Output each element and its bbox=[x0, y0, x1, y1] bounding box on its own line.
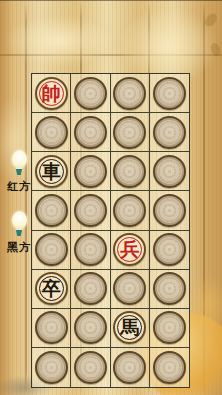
face-down-piece[interactable] bbox=[153, 351, 186, 384]
cell-r2c3[interactable] bbox=[111, 113, 150, 152]
face-down-piece[interactable] bbox=[113, 272, 146, 305]
cell-r7c2[interactable] bbox=[71, 309, 110, 348]
face-down-piece[interactable] bbox=[35, 311, 68, 344]
face-down-piece[interactable] bbox=[113, 155, 146, 188]
face-down-piece[interactable] bbox=[153, 155, 186, 188]
cell-r8c2[interactable] bbox=[71, 348, 110, 387]
face-down-piece[interactable] bbox=[113, 77, 146, 110]
face-down-piece[interactable] bbox=[153, 311, 186, 344]
face-down-piece[interactable] bbox=[74, 194, 107, 227]
cell-r2c1[interactable] bbox=[32, 113, 71, 152]
banqi-board: 帥車兵卒馬 bbox=[31, 73, 190, 388]
cell-r5c1[interactable] bbox=[32, 231, 71, 270]
cell-r6c2[interactable] bbox=[71, 270, 110, 309]
cell-r1c4[interactable] bbox=[150, 74, 189, 113]
black-soldier-piece[interactable]: 卒 bbox=[35, 272, 68, 305]
face-down-piece[interactable] bbox=[153, 233, 186, 266]
face-down-piece[interactable] bbox=[153, 194, 186, 227]
black-turn-lightbulb-icon bbox=[11, 211, 28, 238]
plank-seam-horizontal bbox=[0, 54, 222, 56]
cell-r7c1[interactable] bbox=[32, 309, 71, 348]
face-down-piece[interactable] bbox=[74, 116, 107, 149]
plank-seam bbox=[203, 1, 205, 395]
face-down-piece[interactable] bbox=[35, 116, 68, 149]
black-soldier-character: 卒 bbox=[42, 279, 61, 298]
face-down-piece[interactable] bbox=[113, 194, 146, 227]
face-down-piece[interactable] bbox=[153, 77, 186, 110]
cell-r5c2[interactable] bbox=[71, 231, 110, 270]
red-general-piece[interactable]: 帥 bbox=[35, 77, 68, 110]
face-down-piece[interactable] bbox=[35, 194, 68, 227]
cell-r4c3[interactable] bbox=[111, 191, 150, 230]
black-chariot-piece[interactable]: 車 bbox=[35, 155, 68, 188]
red-soldier-character: 兵 bbox=[120, 240, 139, 259]
face-down-piece[interactable] bbox=[74, 77, 107, 110]
face-down-piece[interactable] bbox=[153, 272, 186, 305]
cell-r6c4[interactable] bbox=[150, 270, 189, 309]
cell-r7c3[interactable]: 馬 bbox=[111, 309, 150, 348]
black-horse-piece[interactable]: 馬 bbox=[113, 311, 146, 344]
cell-r7c4[interactable] bbox=[150, 309, 189, 348]
plank-seam bbox=[25, 1, 27, 395]
red-general-character: 帥 bbox=[42, 83, 61, 102]
cell-r5c4[interactable] bbox=[150, 231, 189, 270]
face-down-piece[interactable] bbox=[74, 351, 107, 384]
leaf-decoration bbox=[204, 12, 219, 29]
cell-r5c3[interactable]: 兵 bbox=[111, 231, 150, 270]
face-down-piece[interactable] bbox=[153, 116, 186, 149]
face-down-piece[interactable] bbox=[35, 351, 68, 384]
cell-r6c1[interactable]: 卒 bbox=[32, 270, 71, 309]
cell-r3c3[interactable] bbox=[111, 152, 150, 191]
cell-r4c2[interactable] bbox=[71, 191, 110, 230]
cell-r8c1[interactable] bbox=[32, 348, 71, 387]
cell-r4c4[interactable] bbox=[150, 191, 189, 230]
cell-r8c3[interactable] bbox=[111, 348, 150, 387]
banqi-game-screen: 红方 黑方 帥車兵卒馬 bbox=[0, 0, 222, 395]
face-down-piece[interactable] bbox=[74, 155, 107, 188]
black-chariot-character: 車 bbox=[42, 161, 61, 180]
face-down-piece[interactable] bbox=[74, 272, 107, 305]
watermark-gold bbox=[188, 275, 222, 335]
cell-r1c1[interactable]: 帥 bbox=[32, 74, 71, 113]
face-down-piece[interactable] bbox=[113, 116, 146, 149]
face-down-piece[interactable] bbox=[113, 351, 146, 384]
cell-r4c1[interactable] bbox=[32, 191, 71, 230]
cell-r3c2[interactable] bbox=[71, 152, 110, 191]
black-horse-character: 馬 bbox=[120, 318, 139, 337]
face-down-piece[interactable] bbox=[74, 311, 107, 344]
watermark-map bbox=[4, 15, 114, 67]
cell-r3c4[interactable] bbox=[150, 152, 189, 191]
red-soldier-piece[interactable]: 兵 bbox=[113, 233, 146, 266]
cell-r8c4[interactable] bbox=[150, 348, 189, 387]
cell-r3c1[interactable]: 車 bbox=[32, 152, 71, 191]
face-down-piece[interactable] bbox=[74, 233, 107, 266]
cell-r1c2[interactable] bbox=[71, 74, 110, 113]
face-down-piece[interactable] bbox=[35, 233, 68, 266]
cell-r2c2[interactable] bbox=[71, 113, 110, 152]
cell-r1c3[interactable] bbox=[111, 74, 150, 113]
cell-r6c3[interactable] bbox=[111, 270, 150, 309]
red-turn-lightbulb-icon bbox=[11, 150, 28, 177]
cell-r2c4[interactable] bbox=[150, 113, 189, 152]
